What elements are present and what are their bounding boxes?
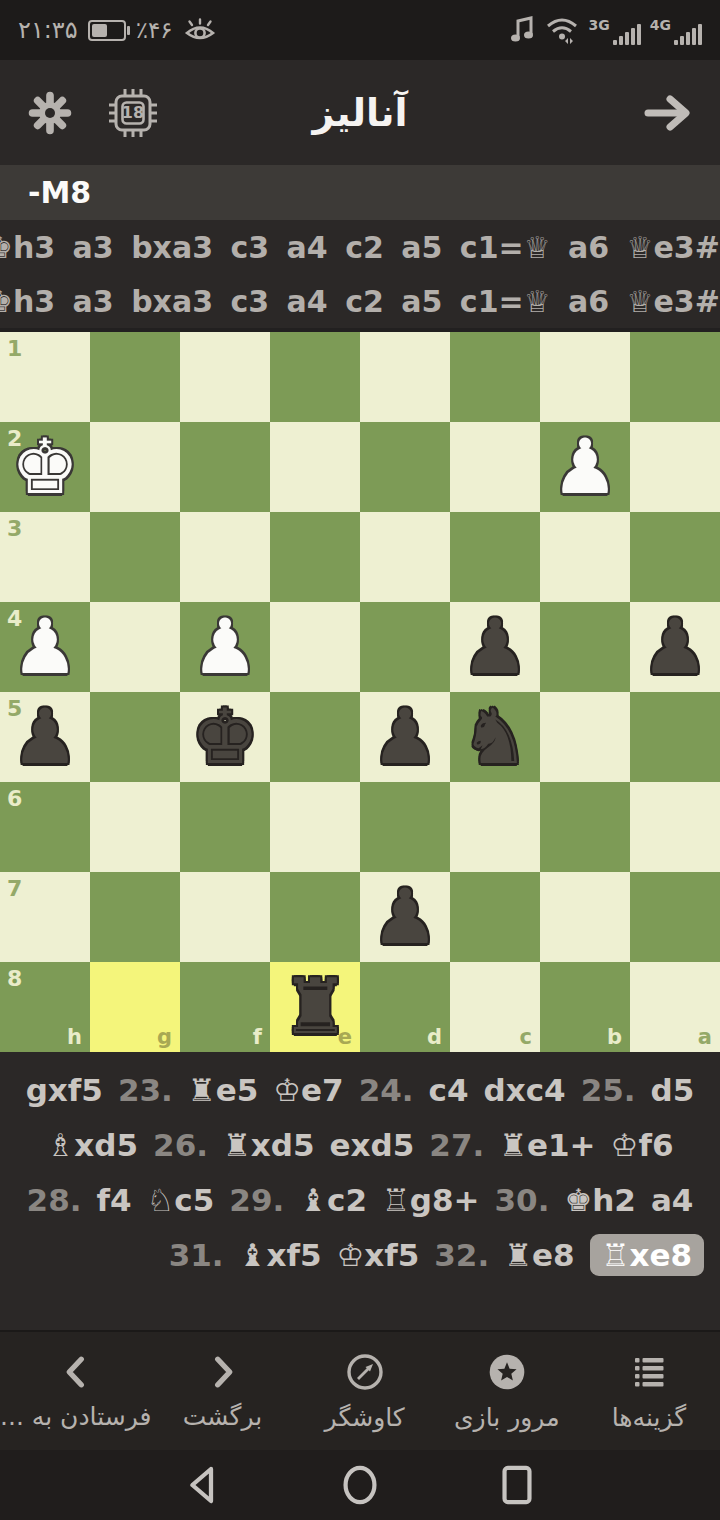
black-king[interactable]: ♚ xyxy=(180,692,270,782)
battery-icon xyxy=(88,20,126,41)
square-c2[interactable] xyxy=(450,422,540,512)
move[interactable]: ♗xd5 xyxy=(47,1127,139,1163)
move[interactable]: ♔xf5 xyxy=(336,1237,419,1273)
black-pawn[interactable]: ♟ xyxy=(450,602,540,692)
nav-back-icon[interactable] xyxy=(184,1465,222,1505)
square-d4[interactable] xyxy=(360,602,450,692)
square-d2[interactable] xyxy=(360,422,450,512)
move-number: 29. xyxy=(229,1182,284,1218)
eye-icon xyxy=(183,17,217,44)
forward-arrow-icon[interactable] xyxy=(642,91,694,135)
square-d8[interactable]: d xyxy=(360,962,450,1052)
square-b8[interactable]: b xyxy=(540,962,630,1052)
square-e5[interactable] xyxy=(270,692,360,782)
file-label-h: h xyxy=(67,1025,82,1049)
back-button[interactable]: برگشت xyxy=(151,1332,293,1450)
square-f7[interactable] xyxy=(180,872,270,962)
square-g3[interactable] xyxy=(90,512,180,602)
android-nav-bar xyxy=(0,1450,720,1520)
square-h6[interactable]: 6 xyxy=(0,782,90,872)
wifi-icon xyxy=(544,15,580,45)
square-g5[interactable] xyxy=(90,692,180,782)
move-number: 30. xyxy=(495,1182,550,1218)
square-e2[interactable] xyxy=(270,422,360,512)
square-b5[interactable] xyxy=(540,692,630,782)
back-label: برگشت xyxy=(183,1402,263,1431)
bottom-toolbar: فرستادن به ... برگشت کاوشگر مرور بازی xyxy=(0,1330,720,1450)
square-c7[interactable] xyxy=(450,872,540,962)
rank-label-8: 8 xyxy=(7,966,22,991)
square-h4[interactable]: 4♟ xyxy=(0,602,90,692)
move[interactable]: ♔f6 xyxy=(611,1127,674,1163)
move-list: gxf523.♜e5♔e724.c4dxc425.d5♗xd526.♜xd5ex… xyxy=(0,1052,720,1330)
move[interactable]: a4 xyxy=(651,1182,694,1218)
move-number: 32. xyxy=(434,1237,489,1273)
square-c1[interactable] xyxy=(450,332,540,422)
move[interactable]: exd5 xyxy=(330,1127,415,1163)
3g-signal-icon: 3G xyxy=(589,17,641,45)
square-a5[interactable] xyxy=(630,692,720,782)
square-c4[interactable]: ♟ xyxy=(450,602,540,692)
move[interactable]: ♜e8 xyxy=(504,1237,574,1273)
square-h7[interactable]: 7 xyxy=(0,872,90,962)
white-pawn[interactable]: ♟ xyxy=(0,602,90,692)
square-c3[interactable] xyxy=(450,512,540,602)
evaluation-value: -M8 xyxy=(28,175,91,210)
square-h3[interactable]: 3 xyxy=(0,512,90,602)
move[interactable]: ♜xd5 xyxy=(223,1127,315,1163)
square-a4[interactable]: ♟ xyxy=(630,602,720,692)
rank-label-7: 7 xyxy=(7,876,22,901)
square-f4[interactable]: ♟ xyxy=(180,602,270,692)
current-move[interactable]: ♖xe8 xyxy=(590,1234,704,1276)
square-h5[interactable]: 5♟ xyxy=(0,692,90,782)
black-rook[interactable]: ♜ xyxy=(270,962,360,1052)
move-line-1: gxf523.♜e5♔e724.c4dxc425.d5 xyxy=(0,1062,720,1117)
square-a2[interactable] xyxy=(630,422,720,512)
move[interactable]: ♖g8+ xyxy=(382,1182,480,1218)
square-a6[interactable] xyxy=(630,782,720,872)
move-number: 26. xyxy=(153,1127,208,1163)
engine-lines: ♚h3 a3 bxa3 c3 a4 c2 a5 c1=♕ a6 ♕e3# -M8… xyxy=(0,220,720,332)
square-b3[interactable] xyxy=(540,512,630,602)
square-b1[interactable] xyxy=(540,332,630,422)
square-f6[interactable] xyxy=(180,782,270,872)
chevron-left-icon xyxy=(58,1352,94,1392)
file-label-g: g xyxy=(157,1025,172,1049)
move[interactable]: f4 xyxy=(97,1182,132,1218)
move-number: 28. xyxy=(27,1182,82,1218)
status-bar: ۲۱:۳۵ ٪۴۶ 3G xyxy=(0,0,720,60)
square-f5[interactable]: ♚ xyxy=(180,692,270,782)
black-knight[interactable]: ♞ xyxy=(450,692,540,782)
white-pawn[interactable]: ♟ xyxy=(540,422,630,512)
list-options-icon xyxy=(628,1351,670,1393)
file-label-f: f xyxy=(253,1025,262,1049)
white-pawn[interactable]: ♟ xyxy=(180,602,270,692)
evaluation-bar: -M8 xyxy=(0,165,720,220)
square-f3[interactable] xyxy=(180,512,270,602)
settings-gear-icon[interactable] xyxy=(26,89,74,137)
square-d5[interactable]: ♟ xyxy=(360,692,450,782)
move-number: 23. xyxy=(118,1072,173,1108)
explorer-button[interactable]: کاوشگر xyxy=(294,1332,436,1450)
explorer-label: کاوشگر xyxy=(325,1403,405,1432)
engine-chip-icon[interactable]: 18 xyxy=(108,88,158,138)
file-label-a: a xyxy=(698,1025,712,1049)
chevron-right-icon xyxy=(205,1352,241,1392)
move-number: 24. xyxy=(359,1072,414,1108)
send-to-button[interactable]: فرستادن به ... xyxy=(0,1332,151,1450)
move-line-2: ♗xd526.♜xd5exd527.♜e1+♔f6 xyxy=(0,1117,720,1172)
move[interactable]: ♜e1+ xyxy=(499,1127,595,1163)
move[interactable]: gxf5 xyxy=(26,1072,103,1108)
engine-line-1[interactable]: ♚h3 a3 bxa3 c3 a4 c2 a5 c1=♕ a6 ♕e3# -M8 xyxy=(0,220,720,274)
engine-line-2[interactable]: ♚h3 a3 bxa3 c3 a4 c2 a5 c1=♕ a6 ♕e3# -M7 xyxy=(0,274,720,328)
move[interactable]: c4 xyxy=(429,1072,469,1108)
square-a3[interactable] xyxy=(630,512,720,602)
nav-recents-icon[interactable] xyxy=(498,1464,536,1506)
nav-home-icon[interactable] xyxy=(340,1464,380,1506)
rank-label-3: 3 xyxy=(7,516,22,541)
square-g6[interactable] xyxy=(90,782,180,872)
square-e6[interactable] xyxy=(270,782,360,872)
music-note-icon xyxy=(509,15,535,45)
move[interactable]: ♝c2 xyxy=(299,1182,367,1218)
square-f2[interactable] xyxy=(180,422,270,512)
file-label-b: b xyxy=(607,1025,622,1049)
chess-board[interactable]: 12♚♟34♟♟♟♟5♟♚♟♞67♟8hgfe♜dcba xyxy=(0,332,720,1052)
square-g7[interactable] xyxy=(90,872,180,962)
4g-signal-icon: 4G xyxy=(650,17,702,45)
move[interactable]: dxc4 xyxy=(484,1072,566,1108)
options-button[interactable]: گزینه‌ها xyxy=(578,1332,720,1450)
square-a8[interactable]: a xyxy=(630,962,720,1052)
square-f1[interactable] xyxy=(180,332,270,422)
square-h1[interactable]: 1 xyxy=(0,332,90,422)
square-b6[interactable] xyxy=(540,782,630,872)
game-review-button[interactable]: مرور بازی xyxy=(436,1332,578,1450)
square-a1[interactable] xyxy=(630,332,720,422)
move-number: 27. xyxy=(429,1127,484,1163)
options-label: گزینه‌ها xyxy=(612,1403,686,1432)
engine-line-2-moves: ♚h3 a3 bxa3 c3 a4 c2 a5 c1=♕ a6 ♕e3# xyxy=(0,284,720,319)
move[interactable]: ♜e5 xyxy=(188,1072,258,1108)
square-h8[interactable]: 8h xyxy=(0,962,90,1052)
4g-label: 4G xyxy=(650,17,671,33)
rank-label-6: 6 xyxy=(7,786,22,811)
move[interactable]: ♔e7 xyxy=(273,1072,343,1108)
move-number: 31. xyxy=(169,1237,224,1273)
app-header: آنالیز 18 xyxy=(0,60,720,165)
game-review-label: مرور بازی xyxy=(454,1403,560,1432)
compass-icon xyxy=(344,1351,386,1393)
square-e4[interactable] xyxy=(270,602,360,692)
file-label-d: d xyxy=(427,1025,442,1049)
engine-depth-value: 18 xyxy=(108,88,158,138)
move-number: 25. xyxy=(581,1072,636,1108)
square-h2[interactable]: 2♚ xyxy=(0,422,90,512)
move-line-4: 31.♝xf5♔xf532.♜e8♖xe8 xyxy=(0,1227,720,1282)
square-g8[interactable]: g xyxy=(90,962,180,1052)
square-b7[interactable] xyxy=(540,872,630,962)
rank-label-1: 1 xyxy=(7,336,22,361)
white-king[interactable]: ♚ xyxy=(0,422,90,512)
star-circle-icon xyxy=(486,1351,528,1393)
square-c8[interactable]: c xyxy=(450,962,540,1052)
square-d1[interactable] xyxy=(360,332,450,422)
square-c5[interactable]: ♞ xyxy=(450,692,540,782)
square-e1[interactable] xyxy=(270,332,360,422)
square-b4[interactable] xyxy=(540,602,630,692)
square-e3[interactable] xyxy=(270,512,360,602)
black-pawn[interactable]: ♟ xyxy=(630,602,720,692)
send-to-label: فرستادن به ... xyxy=(0,1402,151,1431)
move-line-3: 28.f4♘c529.♝c2♖g8+30.♚h2a4 xyxy=(0,1172,720,1227)
square-g4[interactable] xyxy=(90,602,180,692)
square-f8[interactable]: f xyxy=(180,962,270,1052)
black-pawn[interactable]: ♟ xyxy=(360,692,450,782)
square-d6[interactable] xyxy=(360,782,450,872)
3g-label: 3G xyxy=(589,17,610,33)
move[interactable]: d5 xyxy=(651,1072,695,1108)
move[interactable]: ♝xf5 xyxy=(239,1237,322,1273)
square-g2[interactable] xyxy=(90,422,180,512)
square-a7[interactable] xyxy=(630,872,720,962)
square-c6[interactable] xyxy=(450,782,540,872)
black-pawn[interactable]: ♟ xyxy=(360,872,450,962)
square-d3[interactable] xyxy=(360,512,450,602)
square-e7[interactable] xyxy=(270,872,360,962)
square-d7[interactable]: ♟ xyxy=(360,872,450,962)
black-pawn[interactable]: ♟ xyxy=(0,692,90,782)
clock-time: ۲۱:۳۵ xyxy=(18,16,78,44)
battery-percent: ٪۴۶ xyxy=(136,17,173,43)
square-e8[interactable]: e♜ xyxy=(270,962,360,1052)
move[interactable]: ♚h2 xyxy=(564,1182,635,1218)
move[interactable]: ♘c5 xyxy=(147,1182,215,1218)
file-label-c: c xyxy=(520,1025,532,1049)
square-b2[interactable]: ♟ xyxy=(540,422,630,512)
square-g1[interactable] xyxy=(90,332,180,422)
engine-line-1-moves: ♚h3 a3 bxa3 c3 a4 c2 a5 c1=♕ a6 ♕e3# xyxy=(0,230,720,265)
